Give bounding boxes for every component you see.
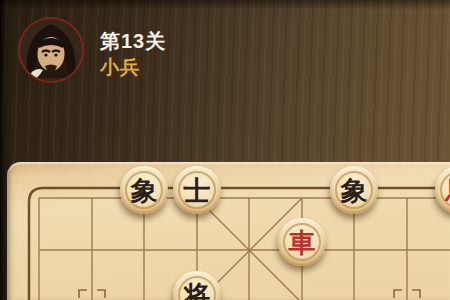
black-advisor[interactable]: 士 [173, 166, 221, 214]
black-elephant-glyph: 象 [341, 177, 368, 204]
red-horse-glyph: 馬 [446, 177, 450, 204]
black-general-glyph: 将 [184, 282, 211, 300]
black-general[interactable]: 将 [173, 271, 221, 300]
red-chariot[interactable]: 車 [278, 218, 326, 266]
black-elephant-glyph: 象 [131, 177, 158, 204]
red-horse[interactable]: 馬 [435, 166, 450, 214]
pieces-layer: 象士象馬車将 [0, 0, 450, 300]
red-chariot-glyph: 車 [289, 229, 316, 256]
black-advisor-glyph: 士 [184, 177, 211, 204]
black-elephant[interactable]: 象 [330, 166, 378, 214]
game-screen: 象士象馬車将 第13关 小兵 [0, 0, 450, 300]
black-elephant[interactable]: 象 [120, 166, 168, 214]
